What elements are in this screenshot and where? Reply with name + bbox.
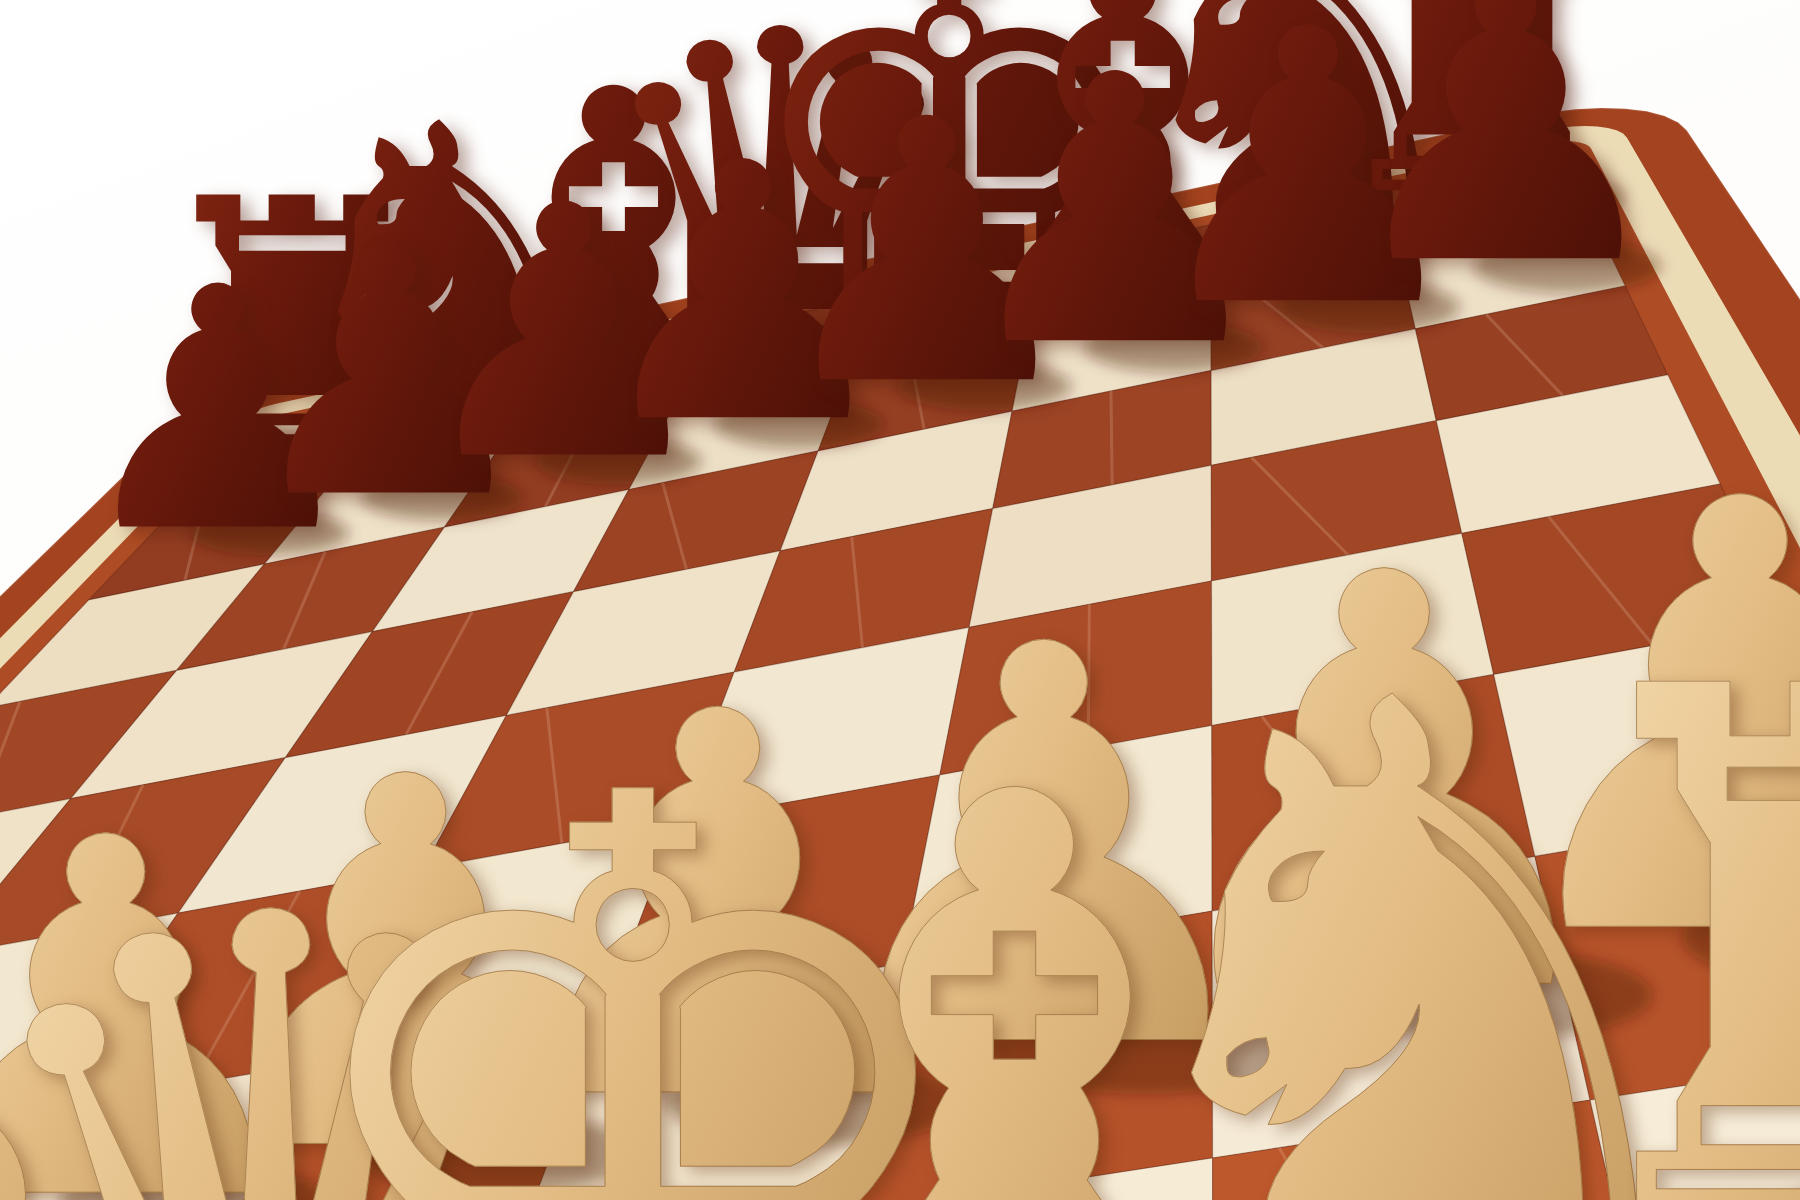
photo-scene: ♜♞♝♛♚♝♞♜♟♟♟♟♟♟♟♟♟♟♟♟♟♟♟♟♜♞♝♛♚♝♞♜ [0, 0, 1800, 1200]
piece-black-pawn-h7[interactable]: ♟ [1333, 0, 1679, 318]
pieces-layer: ♜♞♝♛♚♝♞♜♟♟♟♟♟♟♟♟♟♟♟♟♟♟♟♟♜♞♝♛♚♝♞♜ [0, 0, 1800, 1200]
piece-white-rook-h1[interactable]: ♜ [1516, 597, 1800, 1200]
